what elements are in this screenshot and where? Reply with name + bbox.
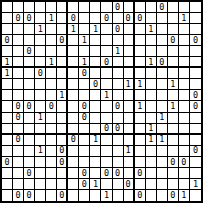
cell-r17c4[interactable] [35, 179, 46, 190]
cell-r8c13-clue: 1 [135, 79, 146, 90]
cell-r16c8-clue: 0 [79, 168, 90, 179]
cell-r16c6[interactable] [57, 168, 68, 179]
cell-r4c15[interactable] [157, 35, 168, 46]
cell-r12c13[interactable] [135, 124, 146, 135]
cell-r14c13[interactable] [135, 146, 146, 157]
cell-r2c8[interactable] [79, 13, 90, 24]
cell-r4c2[interactable] [13, 35, 24, 46]
cell-r18c5[interactable] [46, 190, 57, 201]
cell-r9c6-clue: 1 [57, 90, 68, 101]
cell-r15c13[interactable] [135, 157, 146, 168]
cell-r3c18[interactable] [190, 24, 201, 35]
cell-r13c7-clue: 0 [68, 135, 79, 146]
cell-r8c17[interactable] [179, 79, 190, 90]
cell-r7c14[interactable] [146, 68, 157, 79]
cell-r13c16[interactable] [168, 135, 179, 146]
cell-r10c17[interactable] [179, 101, 190, 112]
cell-r5c9[interactable] [90, 46, 101, 57]
cell-r1c13[interactable] [135, 2, 146, 13]
cell-r11c18[interactable] [190, 113, 201, 124]
cell-r6c11[interactable] [113, 57, 124, 68]
cell-r12c12[interactable] [124, 124, 135, 135]
cell-r15c18[interactable] [190, 157, 201, 168]
cell-r3c17[interactable] [179, 24, 190, 35]
cell-r10c1[interactable] [2, 101, 13, 112]
cell-r14c7[interactable] [68, 146, 79, 157]
cell-r18c10-clue: 1 [101, 190, 112, 201]
cell-r14c18-clue: 0 [190, 146, 201, 157]
cell-r7c9[interactable] [90, 68, 101, 79]
cell-r8c15[interactable] [157, 79, 168, 90]
cell-r4c1-clue: 0 [2, 35, 13, 46]
cell-r16c2[interactable] [13, 168, 24, 179]
cell-r2c16[interactable] [168, 13, 179, 24]
cell-r8c2[interactable] [13, 79, 24, 90]
cell-r18c2-clue: 0 [13, 190, 24, 201]
cell-r16c16[interactable] [168, 168, 179, 179]
cell-r12c4[interactable] [35, 124, 46, 135]
cell-r12c15[interactable] [157, 124, 168, 135]
cell-r11c14[interactable] [146, 113, 157, 124]
cell-r15c4[interactable] [35, 157, 46, 168]
cell-r2c14[interactable] [146, 13, 157, 24]
cell-r15c14[interactable] [146, 157, 157, 168]
cell-r16c5[interactable] [46, 168, 57, 179]
cell-r9c16[interactable] [168, 90, 179, 101]
cell-r11c5[interactable] [46, 113, 57, 124]
cell-r6c2[interactable] [13, 57, 24, 68]
cell-r14c16[interactable] [168, 146, 179, 157]
cell-r4c10[interactable] [101, 35, 112, 46]
cell-r9c13[interactable] [135, 90, 146, 101]
cell-r12c3[interactable] [24, 124, 35, 135]
cell-r12c9[interactable] [90, 124, 101, 135]
cell-r13c17[interactable] [179, 135, 190, 146]
cell-r8c12-clue: 1 [124, 79, 135, 90]
cell-r3c12[interactable] [124, 24, 135, 35]
cell-r15c17-clue: 0 [179, 157, 190, 168]
cell-r18c14[interactable] [146, 190, 157, 201]
cell-r6c13[interactable] [135, 57, 146, 68]
cell-r13c9-clue: 1 [90, 135, 101, 146]
cell-r8c5[interactable] [46, 79, 57, 90]
cell-r15c7[interactable] [68, 157, 79, 168]
cell-r17c18-clue: 1 [190, 179, 201, 190]
cell-r18c16-clue: 0 [168, 190, 179, 201]
cell-r5c15[interactable] [157, 46, 168, 57]
cell-r14c6-clue: 0 [57, 146, 68, 157]
cell-r9c14[interactable] [146, 90, 157, 101]
cell-r9c2[interactable] [13, 90, 24, 101]
cell-r7c16[interactable] [168, 68, 179, 79]
cell-r15c10[interactable] [101, 157, 112, 168]
cell-r8c11[interactable] [113, 79, 124, 90]
cell-r7c13[interactable] [135, 68, 146, 79]
cell-r6c3[interactable] [24, 57, 35, 68]
cell-r4c17[interactable] [179, 35, 190, 46]
cell-r15c8[interactable] [79, 157, 90, 168]
cell-r9c4[interactable] [35, 90, 46, 101]
cell-r3c5[interactable] [46, 24, 57, 35]
cell-r2c9[interactable] [90, 13, 101, 24]
cell-r15c2[interactable] [13, 157, 24, 168]
cell-r6c4[interactable] [35, 57, 46, 68]
cell-r11c1[interactable] [2, 113, 13, 124]
cell-r4c18-clue: 0 [190, 35, 201, 46]
cell-r1c6[interactable] [57, 2, 68, 13]
cell-r6c14-clue: 1 [146, 57, 157, 68]
cell-r11c11[interactable] [113, 113, 124, 124]
cell-r17c15[interactable] [157, 179, 168, 190]
cell-r3c6[interactable] [57, 24, 68, 35]
cell-r18c17-clue: 1 [179, 190, 190, 201]
cell-r18c18[interactable] [190, 190, 201, 201]
cell-r13c5[interactable] [46, 135, 57, 146]
cell-r10c3-clue: 0 [24, 101, 35, 112]
cell-r18c7[interactable] [68, 190, 79, 201]
cell-r14c4-clue: 1 [35, 146, 46, 157]
cell-r14c10[interactable] [101, 146, 112, 157]
cell-r6c17[interactable] [179, 57, 190, 68]
cell-r18c12[interactable] [124, 190, 135, 201]
cell-r17c10[interactable] [101, 179, 112, 190]
cell-r4c4[interactable] [35, 35, 46, 46]
cell-r1c3[interactable] [24, 2, 35, 13]
cell-r6c6[interactable] [57, 57, 68, 68]
cell-r11c7[interactable] [68, 113, 79, 124]
cell-r3c16[interactable] [168, 24, 179, 35]
cell-r16c7[interactable] [68, 168, 79, 179]
cell-r9c3[interactable] [24, 90, 35, 101]
cell-r18c15[interactable] [157, 190, 168, 201]
cell-r15c11[interactable] [113, 157, 124, 168]
cell-r10c10[interactable] [101, 101, 112, 112]
cell-r5c5[interactable] [46, 46, 57, 57]
cell-r4c9[interactable] [90, 35, 101, 46]
cell-r8c4[interactable] [35, 79, 46, 90]
cell-r8c3[interactable] [24, 79, 35, 90]
cell-r13c6[interactable] [57, 135, 68, 146]
cell-r15c3[interactable] [24, 157, 35, 168]
cell-r1c16[interactable] [168, 2, 179, 13]
cell-r18c4[interactable] [35, 190, 46, 201]
cell-r5c17[interactable] [179, 46, 190, 57]
cell-r16c1[interactable] [2, 168, 13, 179]
cell-r1c11-clue: 0 [113, 2, 124, 13]
cell-r4c8-clue: 1 [79, 35, 90, 46]
cell-r11c9[interactable] [90, 113, 101, 124]
cell-r16c14[interactable] [146, 168, 157, 179]
cell-r5c18[interactable] [190, 46, 201, 57]
cell-r16c12[interactable] [124, 168, 135, 179]
cell-r2c15[interactable] [157, 13, 168, 24]
cell-r1c5[interactable] [46, 2, 57, 13]
cell-r5c11-clue: 1 [113, 46, 124, 57]
cell-r11c12[interactable] [124, 113, 135, 124]
cell-r7c3[interactable] [24, 68, 35, 79]
cell-r11c6[interactable] [57, 113, 68, 124]
cell-r12c6[interactable] [57, 124, 68, 135]
cell-r4c12[interactable] [124, 35, 135, 46]
cell-r5c8[interactable] [79, 46, 90, 57]
cell-r11c3[interactable] [24, 113, 35, 124]
cell-r5c12[interactable] [124, 46, 135, 57]
cell-r1c18[interactable] [190, 2, 201, 13]
cell-r14c17[interactable] [179, 146, 190, 157]
cell-r10c2-clue: 0 [13, 101, 24, 112]
cell-r15c5[interactable] [46, 157, 57, 168]
cell-r10c13-clue: 1 [135, 101, 146, 112]
cell-r5c1[interactable] [2, 46, 13, 57]
cell-r3c8[interactable] [79, 24, 90, 35]
cell-r1c4[interactable] [35, 2, 46, 13]
cell-r4c3[interactable] [24, 35, 35, 46]
cell-r16c9[interactable] [90, 168, 101, 179]
cell-r8c1[interactable] [2, 79, 13, 90]
cell-r15c16-clue: 0 [168, 157, 179, 168]
cell-r5c3-clue: 0 [24, 46, 35, 57]
cell-r2c18[interactable] [190, 13, 201, 24]
cell-r4c7[interactable] [68, 35, 79, 46]
cell-r10c6[interactable] [57, 101, 68, 112]
cell-r1c7[interactable] [68, 2, 79, 13]
cell-r18c9[interactable] [90, 190, 101, 201]
cell-r7c6[interactable] [57, 68, 68, 79]
cell-r2c12-clue: 0 [124, 13, 135, 24]
cell-r16c4[interactable] [35, 168, 46, 179]
cell-r11c4-clue: 1 [35, 113, 46, 124]
cell-r6c10-clue: 0 [101, 57, 112, 68]
cell-r11c17[interactable] [179, 113, 190, 124]
cell-r17c6[interactable] [57, 179, 68, 190]
cell-r18c1[interactable] [2, 190, 13, 201]
cell-r4c5[interactable] [46, 35, 57, 46]
cell-r9c1[interactable] [2, 90, 13, 101]
cell-r15c9[interactable] [90, 157, 101, 168]
cell-r13c18[interactable] [190, 135, 201, 146]
cell-r5c10[interactable] [101, 46, 112, 57]
cell-r14c2[interactable] [13, 146, 24, 157]
cell-r14c9[interactable] [90, 146, 101, 157]
cell-r3c2[interactable] [13, 24, 24, 35]
cell-r16c17[interactable] [179, 168, 190, 179]
cell-r14c8[interactable] [79, 146, 90, 157]
cell-r16c13-clue: 0 [135, 168, 146, 179]
cell-r14c5[interactable] [46, 146, 57, 157]
cell-r13c11[interactable] [113, 135, 124, 146]
cell-r14c14[interactable] [146, 146, 157, 157]
cell-r18c11[interactable] [113, 190, 124, 201]
cell-r10c16-clue: 1 [168, 101, 179, 112]
cell-r10c8-clue: 0 [79, 101, 90, 112]
cell-r4c14[interactable] [146, 35, 157, 46]
cell-r17c17[interactable] [179, 179, 190, 190]
cell-r3c3[interactable] [24, 24, 35, 35]
cell-r4c13[interactable] [135, 35, 146, 46]
cell-r5c16[interactable] [168, 46, 179, 57]
cell-r2c2-clue: 0 [13, 13, 24, 24]
cell-r13c14-clue: 1 [146, 135, 157, 146]
cell-r1c12[interactable] [124, 2, 135, 13]
cell-r9c5[interactable] [46, 90, 57, 101]
cell-r3c10[interactable] [101, 24, 112, 35]
cell-r6c7[interactable] [68, 57, 79, 68]
cell-r17c11[interactable] [113, 179, 124, 190]
cell-r6c9[interactable] [90, 57, 101, 68]
cell-r14c3[interactable] [24, 146, 35, 157]
cell-r4c11[interactable] [113, 35, 124, 46]
cell-r10c12[interactable] [124, 101, 135, 112]
cell-r7c8-clue: 0 [79, 68, 90, 79]
cell-r17c1[interactable] [2, 179, 13, 190]
cell-r2c6[interactable] [57, 13, 68, 24]
cell-r10c7[interactable] [68, 101, 79, 112]
cell-r17c7[interactable] [68, 179, 79, 190]
cell-r10c4[interactable] [35, 101, 46, 112]
cell-r12c18[interactable] [190, 124, 201, 135]
cell-r10c5-clue: 0 [46, 101, 57, 112]
cell-r8c10[interactable] [101, 79, 112, 90]
cell-r14c15[interactable] [157, 146, 168, 157]
cell-r16c10-clue: 0 [101, 168, 112, 179]
cell-r7c17[interactable] [179, 68, 190, 79]
cell-r8c7[interactable] [68, 79, 79, 90]
cell-r9c17[interactable] [179, 90, 190, 101]
cell-r2c3-clue: 0 [24, 13, 35, 24]
cell-r13c12[interactable] [124, 135, 135, 146]
cell-r5c4[interactable] [35, 46, 46, 57]
cell-r7c12[interactable] [124, 68, 135, 79]
cell-r5c13[interactable] [135, 46, 146, 57]
cell-r17c9-clue: 1 [90, 179, 101, 190]
cell-r5c14[interactable] [146, 46, 157, 57]
cell-r1c15-clue: 0 [157, 2, 168, 13]
cell-r13c4[interactable] [35, 135, 46, 146]
cell-r17c13[interactable] [135, 179, 146, 190]
cell-r7c18[interactable] [190, 68, 201, 79]
cell-r2c4[interactable] [35, 13, 46, 24]
cell-r13c13[interactable] [135, 135, 146, 146]
cell-r3c13[interactable] [135, 24, 146, 35]
cell-r2c13-clue: 0 [135, 13, 146, 24]
cell-r9c9[interactable] [90, 90, 101, 101]
cell-r1c9[interactable] [90, 2, 101, 13]
cell-r3c15[interactable] [157, 24, 168, 35]
cell-r11c8-clue: 0 [79, 113, 90, 124]
cell-r12c16[interactable] [168, 124, 179, 135]
cell-r4c6-clue: 0 [57, 35, 68, 46]
cell-r13c8[interactable] [79, 135, 90, 146]
cell-r10c14[interactable] [146, 101, 157, 112]
cell-r15c12[interactable] [124, 157, 135, 168]
cell-r10c15[interactable] [157, 101, 168, 112]
cell-r17c16[interactable] [168, 179, 179, 190]
cell-r2c11[interactable] [113, 13, 124, 24]
cell-r6c18[interactable] [190, 57, 201, 68]
cell-r3c11-clue: 0 [113, 24, 124, 35]
cell-r10c18-clue: 0 [190, 101, 201, 112]
cell-r17c3[interactable] [24, 179, 35, 190]
cell-r11c13[interactable] [135, 113, 146, 124]
cell-r14c1[interactable] [2, 146, 13, 157]
cell-r9c8[interactable] [79, 90, 90, 101]
cell-r8c18[interactable] [190, 79, 201, 90]
cell-r12c1[interactable] [2, 124, 13, 135]
cell-r5c2[interactable] [13, 46, 24, 57]
cell-r2c10-clue: 0 [101, 13, 112, 24]
cell-r16c15[interactable] [157, 168, 168, 179]
cell-r8c8[interactable] [79, 79, 90, 90]
cell-r3c7-clue: 1 [68, 24, 79, 35]
cell-r18c8[interactable] [79, 190, 90, 201]
cell-r2c1[interactable] [2, 13, 13, 24]
cell-r6c16[interactable] [168, 57, 179, 68]
cell-r11c10[interactable] [101, 113, 112, 124]
cell-r17c2[interactable] [13, 179, 24, 190]
cell-r13c3[interactable] [24, 135, 35, 146]
cell-r7c2[interactable] [13, 68, 24, 79]
cell-r12c7[interactable] [68, 124, 79, 135]
cell-r3c1[interactable] [2, 24, 13, 35]
cell-r15c15[interactable] [157, 157, 168, 168]
cell-r5c7[interactable] [68, 46, 79, 57]
cell-r12c17[interactable] [179, 124, 190, 135]
cell-r13c2-clue: 0 [13, 135, 24, 146]
cell-r1c10[interactable] [101, 2, 112, 13]
cell-r9c15[interactable] [157, 90, 168, 101]
cell-r1c14[interactable] [146, 2, 157, 13]
cell-r15c1-clue: 0 [2, 157, 13, 168]
cell-r12c5[interactable] [46, 124, 57, 135]
cell-r7c7[interactable] [68, 68, 79, 79]
cell-r6c12[interactable] [124, 57, 135, 68]
cell-r9c12[interactable] [124, 90, 135, 101]
cell-r9c11[interactable] [113, 90, 124, 101]
cell-r3c4-clue: 1 [35, 24, 46, 35]
cell-r7c10[interactable] [101, 68, 112, 79]
cell-r1c17[interactable] [179, 2, 190, 13]
cell-r2c7-clue: 0 [68, 13, 79, 24]
cell-r17c5[interactable] [46, 179, 57, 190]
cell-r1c1[interactable] [2, 2, 13, 13]
cell-r18c13-clue: 0 [135, 190, 146, 201]
cell-r4c16-clue: 0 [168, 35, 179, 46]
cell-r10c9[interactable] [90, 101, 101, 112]
cell-r7c11[interactable] [113, 68, 124, 79]
cell-r12c2[interactable] [13, 124, 24, 135]
cell-r7c1-clue: 1 [2, 68, 13, 79]
cell-r18c3-clue: 0 [24, 190, 35, 201]
cell-r1c8[interactable] [79, 2, 90, 13]
cell-r13c10[interactable] [101, 135, 112, 146]
cell-r7c5[interactable] [46, 68, 57, 79]
cell-r13c1[interactable] [2, 135, 13, 146]
cell-r16c3-clue: 0 [24, 168, 35, 179]
cell-r8c6[interactable] [57, 79, 68, 90]
cell-r9c7[interactable] [68, 90, 79, 101]
cell-r14c11[interactable] [113, 146, 124, 157]
cell-r7c15[interactable] [157, 68, 168, 79]
cell-r18c6-clue: 0 [57, 190, 68, 201]
cell-r1c2[interactable] [13, 2, 24, 13]
cell-r17c12-clue: 0 [124, 179, 135, 190]
cell-r16c18[interactable] [190, 168, 201, 179]
cell-r17c14[interactable] [146, 179, 157, 190]
cell-r12c8[interactable] [79, 124, 90, 135]
cell-r8c14[interactable] [146, 79, 157, 90]
cell-r11c16[interactable] [168, 113, 179, 124]
cell-r5c6[interactable] [57, 46, 68, 57]
